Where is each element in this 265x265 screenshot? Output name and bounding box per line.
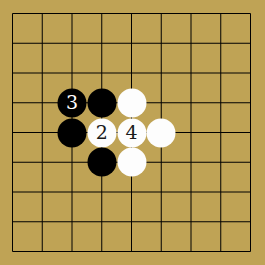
stone-white [117,148,146,177]
stone-white [147,118,176,147]
stones-layer: 324 [0,0,265,265]
stone-black [87,148,116,177]
stone-white [117,88,146,117]
stone-black [87,88,116,117]
stone-black-move-3: 3 [58,88,87,117]
move-number: 2 [96,123,108,143]
move-number: 4 [125,123,137,143]
stone-white-move-2: 2 [87,118,116,147]
move-number: 3 [66,93,78,113]
go-board: 324 [0,0,265,265]
stone-white-move-4: 4 [117,118,146,147]
stone-black [58,118,87,147]
